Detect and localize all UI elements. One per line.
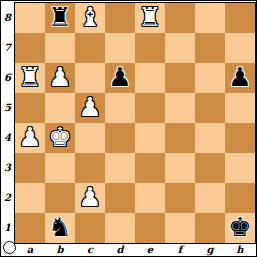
white-to-move-indicator	[3, 241, 16, 254]
square-d8[interactable]	[105, 3, 135, 33]
square-e5[interactable]	[135, 93, 165, 123]
square-b8[interactable]: ♜	[45, 3, 75, 33]
piece-white-king[interactable]: ♚	[45, 123, 75, 153]
square-a7[interactable]	[15, 33, 45, 63]
file-label-d: d	[105, 244, 135, 256]
square-e6[interactable]	[135, 63, 165, 93]
square-c6[interactable]	[75, 63, 105, 93]
square-f8[interactable]	[165, 3, 195, 33]
square-b7[interactable]	[45, 33, 75, 63]
square-b6[interactable]: ♟	[45, 63, 75, 93]
file-label-a: a	[15, 244, 45, 256]
square-g1[interactable]	[195, 213, 225, 243]
square-e2[interactable]	[135, 183, 165, 213]
square-g5[interactable]	[195, 93, 225, 123]
square-g8[interactable]	[195, 3, 225, 33]
square-h3[interactable]	[225, 153, 255, 183]
file-label-e: e	[135, 244, 165, 256]
square-h2[interactable]	[225, 183, 255, 213]
square-e3[interactable]	[135, 153, 165, 183]
square-h1[interactable]: ♚	[225, 213, 255, 243]
rank-label-6: 6	[1, 63, 14, 93]
square-h4[interactable]	[225, 123, 255, 153]
square-f6[interactable]	[165, 63, 195, 93]
rank-label-5: 5	[1, 93, 14, 123]
square-c3[interactable]	[75, 153, 105, 183]
square-f2[interactable]	[165, 183, 195, 213]
square-a5[interactable]	[15, 93, 45, 123]
file-label-h: h	[225, 244, 255, 256]
square-g6[interactable]	[195, 63, 225, 93]
square-d1[interactable]	[105, 213, 135, 243]
rank-label-2: 2	[1, 183, 14, 213]
rank-label-3: 3	[1, 153, 14, 183]
square-b5[interactable]	[45, 93, 75, 123]
piece-white-pawn[interactable]: ♟	[15, 123, 45, 153]
square-c1[interactable]	[75, 213, 105, 243]
square-a4[interactable]: ♟	[15, 123, 45, 153]
square-g2[interactable]	[195, 183, 225, 213]
square-a3[interactable]	[15, 153, 45, 183]
rank-label-7: 7	[1, 33, 14, 63]
chess-diagram: 87654321 ♜♝♜♜♟♟♟♟♟♚♟♞♚ abcdefgh	[0, 0, 257, 257]
square-f4[interactable]	[165, 123, 195, 153]
square-a8[interactable]	[15, 3, 45, 33]
square-c4[interactable]	[75, 123, 105, 153]
file-label-g: g	[195, 244, 225, 256]
square-g7[interactable]	[195, 33, 225, 63]
square-e4[interactable]	[135, 123, 165, 153]
piece-white-pawn[interactable]: ♟	[45, 63, 75, 93]
piece-white-rook[interactable]: ♜	[135, 3, 165, 33]
square-a1[interactable]	[15, 213, 45, 243]
square-b2[interactable]	[45, 183, 75, 213]
piece-black-pawn[interactable]: ♟	[225, 63, 255, 93]
square-e8[interactable]: ♜	[135, 3, 165, 33]
square-f5[interactable]	[165, 93, 195, 123]
square-d6[interactable]: ♟	[105, 63, 135, 93]
square-h6[interactable]: ♟	[225, 63, 255, 93]
square-d5[interactable]	[105, 93, 135, 123]
file-label-b: b	[45, 244, 75, 256]
piece-white-pawn[interactable]: ♟	[75, 93, 105, 123]
piece-black-rook[interactable]: ♜	[45, 3, 75, 33]
file-labels: abcdefgh	[15, 244, 255, 256]
square-h7[interactable]	[225, 33, 255, 63]
piece-black-knight[interactable]: ♞	[45, 213, 75, 243]
square-d7[interactable]	[105, 33, 135, 63]
rank-label-1: 1	[1, 213, 14, 243]
square-a6[interactable]: ♜	[15, 63, 45, 93]
square-a2[interactable]	[15, 183, 45, 213]
square-f3[interactable]	[165, 153, 195, 183]
square-c5[interactable]: ♟	[75, 93, 105, 123]
square-d3[interactable]	[105, 153, 135, 183]
square-g4[interactable]	[195, 123, 225, 153]
square-h8[interactable]	[225, 3, 255, 33]
chess-board[interactable]: ♜♝♜♜♟♟♟♟♟♚♟♞♚	[14, 2, 256, 244]
square-b4[interactable]: ♚	[45, 123, 75, 153]
piece-white-bishop[interactable]: ♝	[75, 3, 105, 33]
square-f7[interactable]	[165, 33, 195, 63]
square-b3[interactable]	[45, 153, 75, 183]
piece-white-rook[interactable]: ♜	[15, 63, 45, 93]
square-b1[interactable]: ♞	[45, 213, 75, 243]
square-g3[interactable]	[195, 153, 225, 183]
piece-black-pawn[interactable]: ♟	[105, 63, 135, 93]
square-c7[interactable]	[75, 33, 105, 63]
rank-label-8: 8	[1, 3, 14, 33]
square-f1[interactable]	[165, 213, 195, 243]
square-h5[interactable]	[225, 93, 255, 123]
piece-black-king[interactable]: ♚	[225, 213, 255, 243]
rank-labels: 87654321	[1, 3, 14, 243]
square-d4[interactable]	[105, 123, 135, 153]
square-c8[interactable]: ♝	[75, 3, 105, 33]
square-e7[interactable]	[135, 33, 165, 63]
piece-white-pawn[interactable]: ♟	[75, 183, 105, 213]
rank-label-4: 4	[1, 123, 14, 153]
file-label-c: c	[75, 244, 105, 256]
file-label-f: f	[165, 244, 195, 256]
square-c2[interactable]: ♟	[75, 183, 105, 213]
square-e1[interactable]	[135, 213, 165, 243]
square-d2[interactable]	[105, 183, 135, 213]
